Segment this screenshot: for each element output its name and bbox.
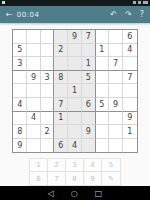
sudoku-cell-r5c8[interactable] xyxy=(109,84,123,98)
sudoku-cell-r7c6[interactable] xyxy=(82,112,96,126)
sudoku-cell-r1c4[interactable] xyxy=(54,30,68,44)
digit-key-7[interactable]: 7 xyxy=(48,172,66,185)
sudoku-cell-r9c6[interactable] xyxy=(82,139,96,153)
sudoku-cell-r8c6[interactable]: 9 xyxy=(82,125,96,139)
sudoku-cell-r6c8[interactable]: 9 xyxy=(109,98,123,112)
digit-key-6[interactable]: 6 xyxy=(30,172,48,185)
sudoku-cell-r7c3[interactable] xyxy=(41,112,55,126)
sudoku-cell-r4c5[interactable] xyxy=(68,71,82,85)
android-nav-bar: ◁ ○ □ xyxy=(0,186,150,200)
sudoku-cell-r5c1[interactable] xyxy=(13,84,27,98)
battery-icon xyxy=(143,1,148,4)
sudoku-cell-r2c3[interactable] xyxy=(41,44,55,58)
sudoku-cell-r4c6[interactable]: 5 xyxy=(82,71,96,85)
sudoku-cell-r1c2[interactable] xyxy=(27,30,41,44)
sudoku-cell-r1c7[interactable] xyxy=(96,30,110,44)
sudoku-cell-r4c3[interactable]: 3 xyxy=(41,71,55,85)
sudoku-cell-r6c4[interactable]: 7 xyxy=(54,98,68,112)
game-area: 9765214317938571476594198291964 12345678… xyxy=(0,23,150,186)
sudoku-cell-r7c2[interactable]: 4 xyxy=(27,112,41,126)
sudoku-cell-r6c5[interactable] xyxy=(68,98,82,112)
sudoku-cell-r7c7[interactable] xyxy=(96,112,110,126)
sudoku-cell-r9c9[interactable] xyxy=(123,139,137,153)
sudoku-cell-r2c2[interactable] xyxy=(27,44,41,58)
sudoku-cell-r4c7[interactable] xyxy=(96,71,110,85)
sudoku-cell-r7c9[interactable]: 9 xyxy=(123,112,137,126)
sudoku-cell-r5c5[interactable]: 1 xyxy=(68,84,82,98)
sudoku-cell-r8c3[interactable]: 2 xyxy=(41,125,55,139)
digit-key-9[interactable]: 9 xyxy=(84,172,102,185)
digit-key-3[interactable]: 3 xyxy=(66,159,84,172)
signal-icon xyxy=(138,1,141,4)
sudoku-cell-r8c4[interactable] xyxy=(54,125,68,139)
sudoku-cell-r9c2[interactable] xyxy=(27,139,41,153)
status-bar xyxy=(0,0,150,6)
sudoku-cell-r4c2[interactable]: 9 xyxy=(27,71,41,85)
sudoku-cell-r1c8[interactable] xyxy=(109,30,123,44)
sudoku-cell-r5c7[interactable] xyxy=(96,84,110,98)
sudoku-cell-r4c9[interactable]: 7 xyxy=(123,71,137,85)
sudoku-cell-r2c1[interactable]: 5 xyxy=(13,44,27,58)
sudoku-cell-r7c1[interactable] xyxy=(13,112,27,126)
back-icon[interactable]: ← xyxy=(6,11,13,19)
undo-icon[interactable]: ↶ xyxy=(110,11,117,19)
nav-back-icon[interactable]: ◁ xyxy=(48,190,54,198)
sudoku-cell-r3c6[interactable]: 1 xyxy=(82,57,96,71)
sudoku-cell-r9c1[interactable]: 9 xyxy=(13,139,27,153)
sudoku-cell-r8c9[interactable]: 1 xyxy=(123,125,137,139)
sudoku-cell-r2c6[interactable] xyxy=(82,44,96,58)
sudoku-cell-r1c9[interactable]: 6 xyxy=(123,30,137,44)
sudoku-cell-r3c4[interactable] xyxy=(54,57,68,71)
pencil-key-icon[interactable]: ✎ xyxy=(102,172,120,185)
sudoku-cell-r8c2[interactable] xyxy=(27,125,41,139)
sudoku-cell-r5c9[interactable] xyxy=(123,84,137,98)
sudoku-cell-r3c9[interactable] xyxy=(123,57,137,71)
sudoku-cell-r3c1[interactable]: 3 xyxy=(13,57,27,71)
sudoku-cell-r2c4[interactable]: 2 xyxy=(54,44,68,58)
wifi-icon xyxy=(133,1,136,4)
sudoku-cell-r9c4[interactable]: 6 xyxy=(54,139,68,153)
redo-icon[interactable]: ↷ xyxy=(125,11,132,19)
sudoku-cell-r6c7[interactable]: 5 xyxy=(96,98,110,112)
sudoku-cell-r6c6[interactable]: 6 xyxy=(82,98,96,112)
sudoku-cell-r1c3[interactable] xyxy=(41,30,55,44)
sudoku-cell-r9c3[interactable] xyxy=(41,139,55,153)
sudoku-cell-r3c3[interactable] xyxy=(41,57,55,71)
digit-key-8[interactable]: 8 xyxy=(66,172,84,185)
sudoku-cell-r6c3[interactable] xyxy=(41,98,55,112)
sudoku-cell-r7c8[interactable] xyxy=(109,112,123,126)
sudoku-cell-r5c2[interactable] xyxy=(27,84,41,98)
sudoku-cell-r1c6[interactable]: 7 xyxy=(82,30,96,44)
sudoku-cell-r6c1[interactable]: 4 xyxy=(13,98,27,112)
sudoku-cell-r2c7[interactable]: 1 xyxy=(96,44,110,58)
sudoku-cell-r2c5[interactable] xyxy=(68,44,82,58)
sudoku-cell-r9c8[interactable] xyxy=(109,139,123,153)
sudoku-cell-r5c6[interactable] xyxy=(82,84,96,98)
sudoku-cell-r9c7[interactable] xyxy=(96,139,110,153)
sudoku-cell-r2c9[interactable]: 4 xyxy=(123,44,137,58)
notification-icon xyxy=(2,1,5,4)
sudoku-cell-r1c5[interactable]: 9 xyxy=(68,30,82,44)
sudoku-cell-r8c8[interactable] xyxy=(109,125,123,139)
sudoku-cell-r3c5[interactable] xyxy=(68,57,82,71)
nav-recents-icon[interactable]: □ xyxy=(95,190,103,198)
digit-key-1[interactable]: 1 xyxy=(30,159,48,172)
sudoku-cell-r8c5[interactable] xyxy=(68,125,82,139)
sudoku-cell-r4c1[interactable] xyxy=(13,71,27,85)
sudoku-cell-r3c7[interactable] xyxy=(96,57,110,71)
digit-key-4[interactable]: 4 xyxy=(84,159,102,172)
sudoku-cell-r7c4[interactable]: 1 xyxy=(54,112,68,126)
keypad: 123456789✎ xyxy=(29,158,121,186)
sudoku-cell-r6c2[interactable] xyxy=(27,98,41,112)
sudoku-cell-r7c5[interactable] xyxy=(68,112,82,126)
app-bar: ← 00:04 ↶ ↷ ? xyxy=(0,6,150,23)
sudoku-cell-r1c1[interactable] xyxy=(13,30,27,44)
sudoku-cell-r3c2[interactable] xyxy=(27,57,41,71)
sudoku-cell-r5c4[interactable] xyxy=(54,84,68,98)
sudoku-cell-r6c9[interactable] xyxy=(123,98,137,112)
sudoku-cell-r9c5[interactable]: 4 xyxy=(68,139,82,153)
sudoku-cell-r4c8[interactable] xyxy=(109,71,123,85)
sudoku-cell-r8c7[interactable] xyxy=(96,125,110,139)
sudoku-cell-r2c8[interactable] xyxy=(109,44,123,58)
nav-home-icon[interactable]: ○ xyxy=(71,190,78,198)
sudoku-cell-r8c1[interactable]: 8 xyxy=(13,125,27,139)
sudoku-cell-r4c4[interactable]: 8 xyxy=(54,71,68,85)
digit-key-5[interactable]: 5 xyxy=(102,159,120,172)
sudoku-cell-r3c8[interactable]: 7 xyxy=(109,57,123,71)
sudoku-grid: 9765214317938571476594198291964 xyxy=(12,29,137,153)
sudoku-cell-r5c3[interactable] xyxy=(41,84,55,98)
help-icon[interactable]: ? xyxy=(140,11,144,19)
digit-key-2[interactable]: 2 xyxy=(48,159,66,172)
game-timer: 00:04 xyxy=(17,11,40,19)
